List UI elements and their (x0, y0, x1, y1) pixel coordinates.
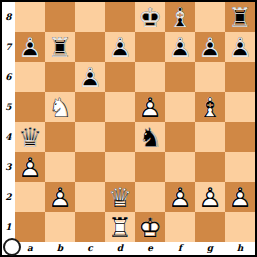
black-pawn: ♟♙ (165, 32, 195, 62)
black-pawn: ♟♙ (105, 32, 135, 62)
file-label-c: c (75, 242, 105, 255)
square-a7[interactable]: ♟♙ (15, 32, 45, 62)
square-d1[interactable]: ♜♖ (105, 212, 135, 242)
square-g8[interactable] (195, 2, 225, 32)
piece-outline-glyph: ♖ (105, 212, 135, 242)
square-d7[interactable]: ♟♙ (105, 32, 135, 62)
square-h4[interactable] (225, 122, 255, 152)
square-a1[interactable] (15, 212, 45, 242)
rank-label-4: 4 (2, 122, 15, 152)
square-f4[interactable] (165, 122, 195, 152)
square-c4[interactable] (75, 122, 105, 152)
file-label-e: e (135, 242, 165, 255)
black-knight: ♞♘ (135, 122, 165, 152)
black-pawn: ♟♙ (225, 32, 255, 62)
white-queen: ♛♕ (105, 182, 135, 212)
white-rook: ♜♖ (105, 212, 135, 242)
piece-outline-glyph: ♗ (195, 92, 225, 122)
square-f8[interactable]: ♝♗ (165, 2, 195, 32)
square-h8[interactable]: ♜♖ (225, 2, 255, 32)
black-pawn: ♟♙ (15, 32, 45, 62)
square-c3[interactable] (75, 152, 105, 182)
rank-label-3: 3 (2, 152, 15, 182)
rank-label-8: 8 (2, 2, 15, 32)
square-e8[interactable]: ♚♔ (135, 2, 165, 32)
square-c8[interactable] (75, 2, 105, 32)
square-c1[interactable] (75, 212, 105, 242)
square-g4[interactable] (195, 122, 225, 152)
square-d2[interactable]: ♛♕ (105, 182, 135, 212)
square-b5[interactable]: ♞♘ (45, 92, 75, 122)
square-b2[interactable]: ♟♙ (45, 182, 75, 212)
rank-label-2: 2 (2, 182, 15, 212)
white-king: ♚♔ (135, 212, 165, 242)
white-pawn: ♟♙ (165, 182, 195, 212)
black-queen: ♛♕ (15, 122, 45, 152)
square-d4[interactable] (105, 122, 135, 152)
white-pawn: ♟♙ (45, 182, 75, 212)
square-b8[interactable] (45, 2, 75, 32)
square-d3[interactable] (105, 152, 135, 182)
piece-outline-glyph: ♙ (15, 152, 45, 182)
square-a3[interactable]: ♟♙ (15, 152, 45, 182)
white-knight: ♞♘ (45, 92, 75, 122)
square-e4[interactable]: ♞♘ (135, 122, 165, 152)
square-f7[interactable]: ♟♙ (165, 32, 195, 62)
piece-outline-glyph: ♘ (45, 92, 75, 122)
square-h1[interactable] (225, 212, 255, 242)
square-d5[interactable] (105, 92, 135, 122)
square-f5[interactable] (165, 92, 195, 122)
square-g1[interactable] (195, 212, 225, 242)
square-b3[interactable] (45, 152, 75, 182)
piece-outline-glyph: ♙ (195, 182, 225, 212)
rank-label-6: 6 (2, 62, 15, 92)
piece-outline-glyph: ♖ (45, 32, 75, 62)
square-f1[interactable] (165, 212, 195, 242)
square-a2[interactable] (15, 182, 45, 212)
white-pawn: ♟♙ (15, 152, 45, 182)
square-e5[interactable]: ♟♙ (135, 92, 165, 122)
black-rook: ♜♖ (45, 32, 75, 62)
square-a4[interactable]: ♛♕ (15, 122, 45, 152)
piece-outline-glyph: ♙ (165, 182, 195, 212)
square-d8[interactable] (105, 2, 135, 32)
square-c7[interactable] (75, 32, 105, 62)
piece-outline-glyph: ♙ (225, 32, 255, 62)
chess-board[interactable]: ♚♔♝♗♜♖♟♙♜♖♟♙♟♙♟♙♟♙♟♙♞♘♟♙♝♗♛♕♞♘♟♙♟♙♛♕♟♙♟♙… (15, 2, 255, 242)
piece-outline-glyph: ♘ (135, 122, 165, 152)
square-a5[interactable] (15, 92, 45, 122)
piece-outline-glyph: ♙ (45, 182, 75, 212)
square-e2[interactable] (135, 182, 165, 212)
white-pawn: ♟♙ (195, 182, 225, 212)
black-pawn: ♟♙ (195, 32, 225, 62)
square-e7[interactable] (135, 32, 165, 62)
file-labels: abcdefgh (15, 242, 255, 255)
square-g6[interactable] (195, 62, 225, 92)
square-g3[interactable] (195, 152, 225, 182)
board-frame: 87654321 ♚♔♝♗♜♖♟♙♜♖♟♙♟♙♟♙♟♙♟♙♞♘♟♙♝♗♛♕♞♘♟… (0, 0, 257, 257)
file-label-g: g (195, 242, 225, 255)
white-pawn: ♟♙ (135, 92, 165, 122)
file-label-b: b (45, 242, 75, 255)
square-b1[interactable] (45, 212, 75, 242)
black-king: ♚♔ (135, 2, 165, 32)
piece-outline-glyph: ♙ (15, 32, 45, 62)
square-c6[interactable]: ♟♙ (75, 62, 105, 92)
square-e3[interactable] (135, 152, 165, 182)
square-h3[interactable] (225, 152, 255, 182)
rank-label-7: 7 (2, 32, 15, 62)
white-pawn: ♟♙ (225, 182, 255, 212)
piece-outline-glyph: ♙ (165, 32, 195, 62)
square-e6[interactable] (135, 62, 165, 92)
piece-outline-glyph: ♙ (105, 32, 135, 62)
piece-outline-glyph: ♙ (75, 62, 105, 92)
piece-outline-glyph: ♔ (135, 2, 165, 32)
square-g7[interactable]: ♟♙ (195, 32, 225, 62)
black-pawn: ♟♙ (75, 62, 105, 92)
square-h6[interactable] (225, 62, 255, 92)
square-h5[interactable] (225, 92, 255, 122)
square-g2[interactable]: ♟♙ (195, 182, 225, 212)
black-rook: ♜♖ (225, 2, 255, 32)
turn-indicator-circle (3, 238, 21, 256)
piece-outline-glyph: ♔ (135, 212, 165, 242)
piece-outline-glyph: ♗ (165, 2, 195, 32)
black-bishop: ♝♗ (165, 2, 195, 32)
piece-outline-glyph: ♙ (135, 92, 165, 122)
white-bishop: ♝♗ (195, 92, 225, 122)
piece-outline-glyph: ♖ (225, 2, 255, 32)
square-h7[interactable]: ♟♙ (225, 32, 255, 62)
square-d6[interactable] (105, 62, 135, 92)
file-label-d: d (105, 242, 135, 255)
board-inner: 87654321 ♚♔♝♗♜♖♟♙♜♖♟♙♟♙♟♙♟♙♟♙♞♘♟♙♝♗♛♕♞♘♟… (2, 2, 255, 255)
square-h2[interactable]: ♟♙ (225, 182, 255, 212)
piece-outline-glyph: ♕ (15, 122, 45, 152)
square-b4[interactable] (45, 122, 75, 152)
square-g5[interactable]: ♝♗ (195, 92, 225, 122)
piece-outline-glyph: ♙ (195, 32, 225, 62)
file-label-h: h (225, 242, 255, 255)
square-f3[interactable] (165, 152, 195, 182)
file-label-f: f (165, 242, 195, 255)
square-c2[interactable] (75, 182, 105, 212)
piece-outline-glyph: ♙ (225, 182, 255, 212)
square-c5[interactable] (75, 92, 105, 122)
square-b7[interactable]: ♜♖ (45, 32, 75, 62)
square-f6[interactable] (165, 62, 195, 92)
square-a8[interactable] (15, 2, 45, 32)
square-b6[interactable] (45, 62, 75, 92)
square-e1[interactable]: ♚♔ (135, 212, 165, 242)
piece-outline-glyph: ♕ (105, 182, 135, 212)
square-a6[interactable] (15, 62, 45, 92)
rank-label-5: 5 (2, 92, 15, 122)
square-f2[interactable]: ♟♙ (165, 182, 195, 212)
rank-labels: 87654321 (2, 2, 15, 242)
